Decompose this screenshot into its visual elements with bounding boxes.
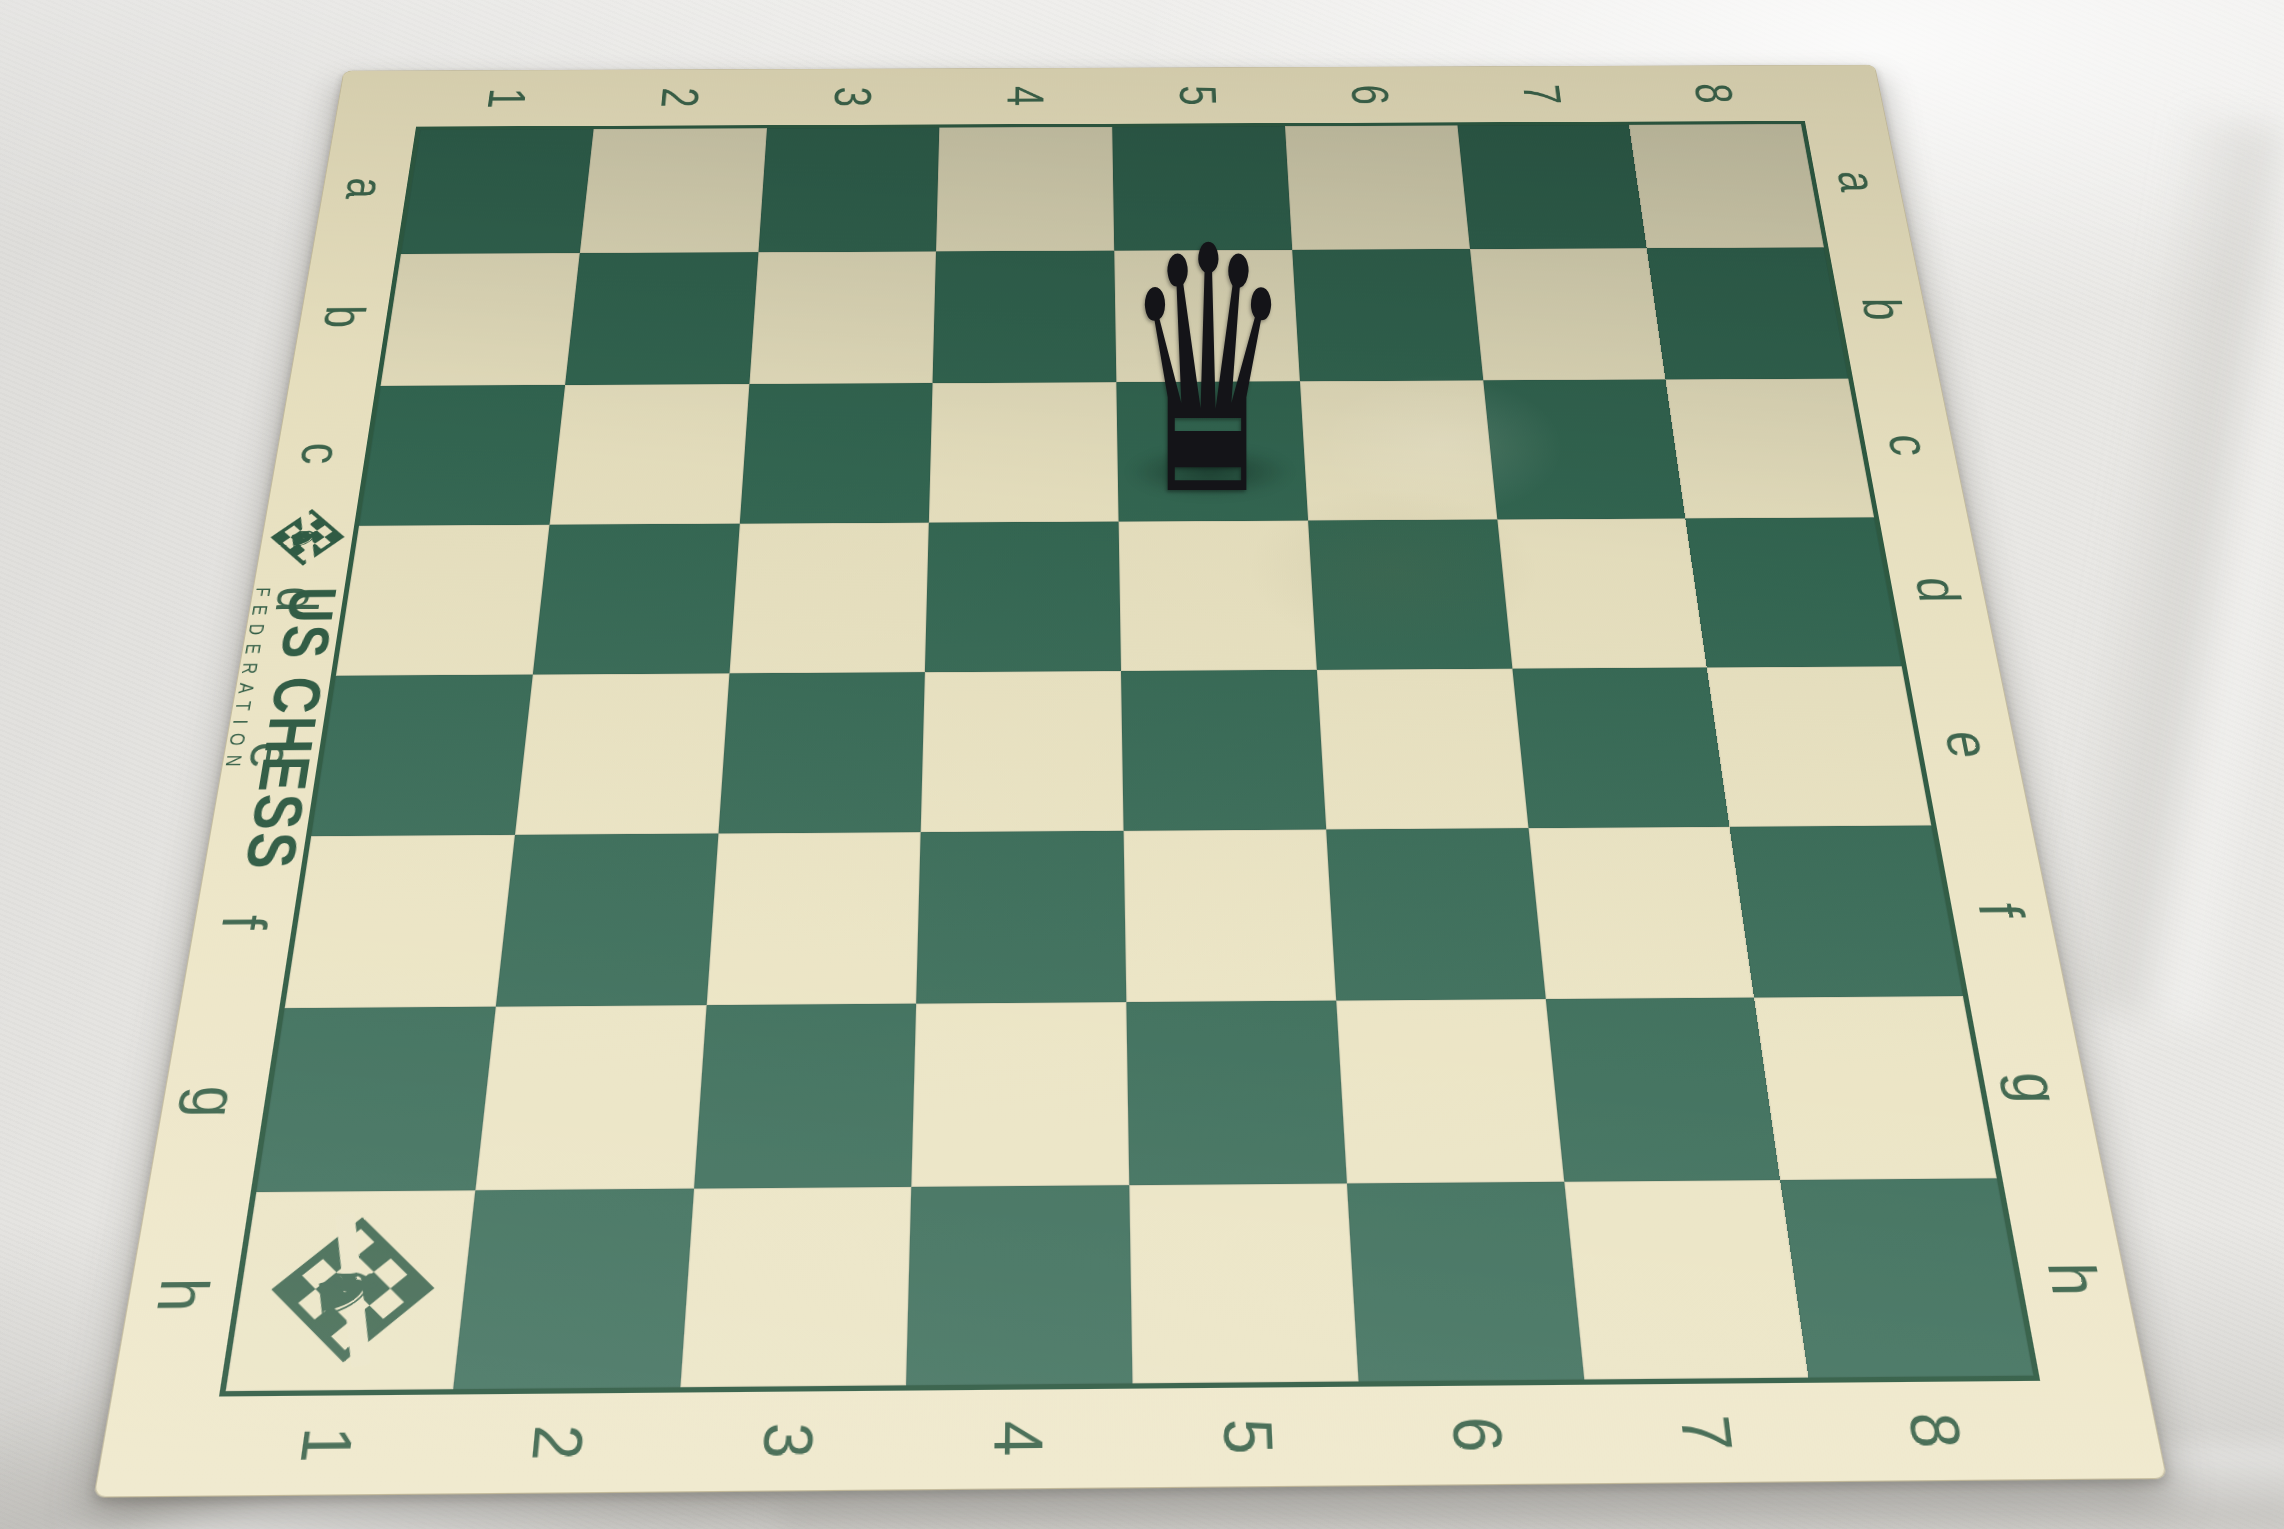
square-d4[interactable]: [925, 522, 1121, 672]
square-a1[interactable]: [401, 129, 593, 254]
square-c4[interactable]: [929, 382, 1119, 523]
square-e6[interactable]: [1317, 669, 1528, 830]
square-d1[interactable]: [336, 525, 549, 676]
us-chess-diamond-knight-icon: ♞: [259, 505, 356, 571]
square-a6[interactable]: [1285, 125, 1470, 249]
square-f5[interactable]: [1124, 829, 1336, 1001]
square-h1[interactable]: ♞: [226, 1191, 475, 1392]
square-h7[interactable]: [1564, 1180, 1809, 1379]
brand-logo-slot: ♞: [259, 505, 356, 571]
square-h4[interactable]: [906, 1185, 1132, 1385]
square-e7[interactable]: [1512, 667, 1730, 827]
square-b1[interactable]: [381, 253, 580, 386]
square-c2[interactable]: [549, 384, 749, 525]
square-e2[interactable]: [515, 673, 729, 834]
square-d8[interactable]: [1686, 518, 1902, 668]
square-d7[interactable]: [1497, 519, 1707, 669]
square-c8[interactable]: [1666, 378, 1874, 518]
cloth-fold: [2011, 108, 2284, 1031]
square-f3[interactable]: [706, 832, 921, 1005]
square-d6[interactable]: [1308, 520, 1512, 670]
square-a8[interactable]: [1629, 124, 1824, 248]
piece-black-queen[interactable]: ♛: [1124, 202, 1292, 542]
square-b7[interactable]: [1470, 248, 1666, 380]
square-h2[interactable]: [453, 1189, 694, 1389]
square-a4[interactable]: [936, 127, 1114, 251]
square-a2[interactable]: [580, 128, 767, 253]
square-a7[interactable]: [1457, 125, 1647, 249]
square-e8[interactable]: [1707, 666, 1931, 826]
square-h6[interactable]: [1347, 1182, 1584, 1381]
square-f4[interactable]: [916, 831, 1126, 1004]
rank-labels-top: 12345678: [416, 66, 1805, 127]
rank-labels-bottom: 12345678: [204, 1381, 2059, 1496]
square-g7[interactable]: [1545, 997, 1780, 1182]
photo-scene: 12345678 12345678 abcdefgh abcdefgh ♞ US…: [0, 0, 2284, 1529]
square-f2[interactable]: [496, 833, 718, 1006]
square-c3[interactable]: [739, 383, 932, 524]
square-g1[interactable]: [256, 1006, 495, 1192]
square-c7[interactable]: [1483, 379, 1686, 520]
square-f1[interactable]: [285, 835, 515, 1008]
square-g8[interactable]: [1754, 996, 1997, 1181]
square-f6[interactable]: [1326, 828, 1545, 1000]
square-b8[interactable]: [1647, 247, 1848, 379]
square-h8[interactable]: [1780, 1179, 2033, 1378]
square-e4[interactable]: [921, 671, 1124, 832]
square-d2[interactable]: [533, 524, 740, 675]
square-h5[interactable]: [1129, 1184, 1358, 1384]
square-g4[interactable]: [912, 1002, 1130, 1187]
square-b3[interactable]: [749, 251, 936, 383]
square-g3[interactable]: [693, 1003, 916, 1189]
square-e3[interactable]: [718, 672, 925, 833]
square-c6[interactable]: [1300, 380, 1497, 521]
square-e5[interactable]: [1121, 670, 1326, 831]
square-d3[interactable]: [729, 523, 929, 674]
square-b6[interactable]: [1292, 249, 1483, 381]
square-c1[interactable]: [359, 385, 565, 526]
square-f8[interactable]: [1730, 825, 1963, 997]
square-b2[interactable]: [565, 252, 758, 385]
square-g2[interactable]: [475, 1005, 706, 1191]
square-a3[interactable]: [758, 128, 939, 253]
us-chess-diamond-knight-icon: ♞: [245, 1205, 456, 1375]
square-g6[interactable]: [1336, 999, 1564, 1184]
square-e1[interactable]: [311, 675, 532, 836]
square-b4[interactable]: [933, 250, 1117, 382]
square-h3[interactable]: [680, 1187, 912, 1387]
square-f7[interactable]: [1528, 827, 1754, 999]
square-g5[interactable]: [1126, 1000, 1346, 1185]
